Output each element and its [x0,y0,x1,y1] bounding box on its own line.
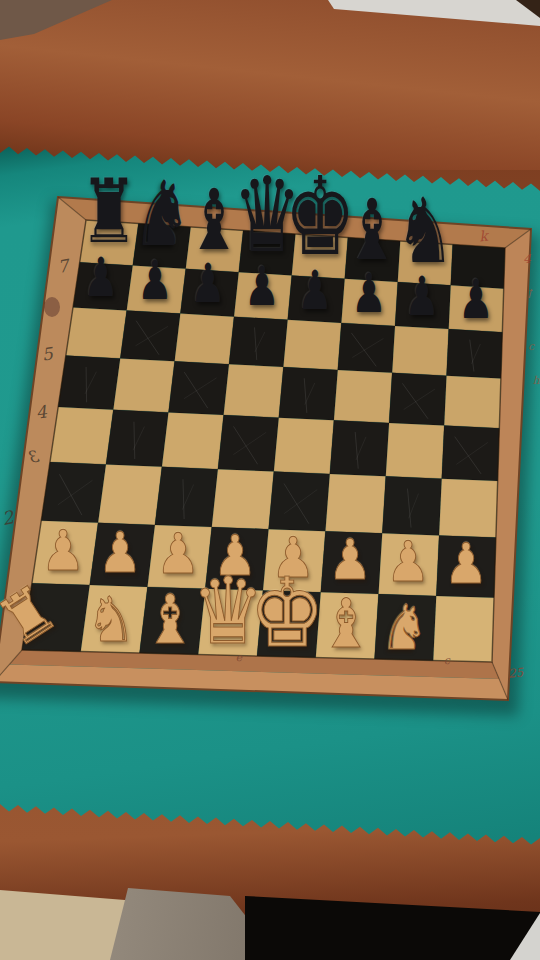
square-h2[interactable] [436,535,496,597]
square-g8[interactable] [398,241,453,285]
square-a3[interactable] [41,462,106,523]
square-d1[interactable] [198,589,263,656]
square-b6[interactable] [120,311,180,362]
square-c8[interactable] [186,227,243,272]
square-e1[interactable] [257,591,321,658]
square-h6[interactable] [447,329,503,378]
square-d7[interactable] [234,272,292,320]
square-e8[interactable] [292,234,348,279]
handwritten-mark: ↑ [524,287,534,301]
square-c4[interactable] [162,412,224,469]
square-a7[interactable] [73,262,133,310]
square-b4[interactable] [106,410,169,467]
square-e5[interactable] [279,367,338,420]
handwritten-mark: c [528,340,535,353]
square-b2[interactable] [90,523,155,587]
square-c3[interactable] [155,467,218,527]
square-g7[interactable] [395,282,451,329]
square-g2[interactable] [378,533,439,596]
square-e2[interactable] [263,529,325,592]
square-f4[interactable] [330,420,389,476]
chess-board: 75432k4↑chec25 [0,0,540,960]
square-f8[interactable] [345,238,401,283]
square-b1[interactable] [81,585,148,653]
handwritten-mark: 25 [507,665,525,680]
square-d3[interactable] [212,469,274,529]
square-g3[interactable] [382,476,441,535]
square-h7[interactable] [449,285,504,332]
square-a6[interactable] [66,307,127,358]
square-h3[interactable] [439,479,498,538]
square-f1[interactable] [316,592,379,659]
square-a4[interactable] [50,407,113,464]
square-c6[interactable] [175,314,234,365]
square-a1[interactable] [22,583,90,651]
square-d2[interactable] [205,527,268,590]
square-h1[interactable] [433,596,494,662]
square-f2[interactable] [321,531,383,594]
square-g1[interactable] [375,594,437,660]
square-c7[interactable] [180,269,238,317]
square-b7[interactable] [127,266,186,314]
square-e7[interactable] [288,275,345,322]
square-c2[interactable] [147,525,211,589]
square-c1[interactable] [140,587,206,655]
smudge-mark-6 [44,297,60,317]
square-g4[interactable] [386,423,444,479]
square-e4[interactable] [274,418,334,474]
square-d8[interactable] [239,231,296,276]
square-f7[interactable] [341,279,397,326]
square-e6[interactable] [283,320,341,370]
square-a5[interactable] [58,356,120,410]
square-h8[interactable] [451,245,505,289]
square-d5[interactable] [224,364,284,417]
square-b5[interactable] [113,358,174,412]
square-b8[interactable] [133,224,191,269]
square-e3[interactable] [269,472,330,532]
square-f5[interactable] [334,370,392,423]
square-f3[interactable] [325,474,385,533]
square-f6[interactable] [338,323,395,373]
square-h5[interactable] [444,376,501,428]
handwritten-mark: 4 [523,252,531,266]
square-c5[interactable] [168,361,229,415]
square-a8[interactable] [80,220,139,266]
square-g5[interactable] [389,373,446,426]
square-h4[interactable] [442,426,500,481]
square-d4[interactable] [218,415,279,472]
square-g6[interactable] [392,326,449,376]
square-d6[interactable] [229,317,288,367]
handwritten-mark: h [532,374,540,387]
square-a2[interactable] [32,521,98,585]
square-b3[interactable] [98,464,162,525]
